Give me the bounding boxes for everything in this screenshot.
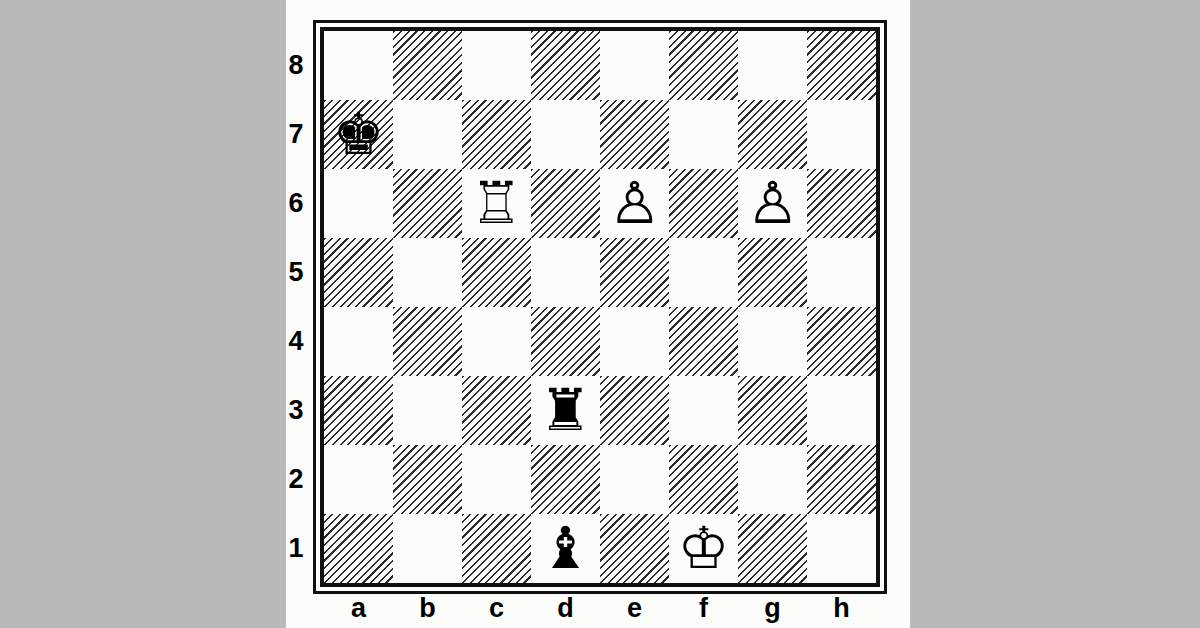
square-b7[interactable] xyxy=(393,100,462,169)
square-f6[interactable] xyxy=(669,169,738,238)
square-d7[interactable] xyxy=(531,100,600,169)
rank-label-1: 1 xyxy=(283,514,309,583)
square-g7[interactable] xyxy=(738,100,807,169)
file-label-b: b xyxy=(393,593,462,624)
square-c4[interactable] xyxy=(462,307,531,376)
white-pawn[interactable]: ♙ xyxy=(747,174,799,232)
white-king[interactable]: ♔ xyxy=(678,519,730,577)
square-f5[interactable] xyxy=(669,238,738,307)
file-label-f: f xyxy=(669,593,738,624)
square-a3[interactable] xyxy=(324,376,393,445)
square-e1[interactable] xyxy=(600,514,669,583)
rank-label-7: 7 xyxy=(283,100,309,169)
file-label-c: c xyxy=(462,593,531,624)
square-b8[interactable] xyxy=(393,31,462,100)
square-d4[interactable] xyxy=(531,307,600,376)
square-d1[interactable]: ♝ xyxy=(531,514,600,583)
file-label-g: g xyxy=(738,593,807,624)
square-e3[interactable] xyxy=(600,376,669,445)
square-h5[interactable] xyxy=(807,238,876,307)
square-g8[interactable] xyxy=(738,31,807,100)
black-king[interactable]: ♚ xyxy=(333,105,385,163)
square-c2[interactable] xyxy=(462,445,531,514)
page: 87654321 ♚♖♙♙♜♝♔ abcdefgh xyxy=(0,0,1200,628)
square-h4[interactable] xyxy=(807,307,876,376)
rank-label-6: 6 xyxy=(283,169,309,238)
rank-label-3: 3 xyxy=(283,376,309,445)
file-label-a: a xyxy=(324,593,393,624)
square-f4[interactable] xyxy=(669,307,738,376)
board-frame: ♚♖♙♙♜♝♔ xyxy=(313,20,887,594)
square-d6[interactable] xyxy=(531,169,600,238)
square-a1[interactable] xyxy=(324,514,393,583)
square-d3[interactable]: ♜ xyxy=(531,376,600,445)
square-b2[interactable] xyxy=(393,445,462,514)
square-h1[interactable] xyxy=(807,514,876,583)
square-g2[interactable] xyxy=(738,445,807,514)
square-c3[interactable] xyxy=(462,376,531,445)
square-a7[interactable]: ♚ xyxy=(324,100,393,169)
left-gray-bar xyxy=(0,0,286,628)
square-b4[interactable] xyxy=(393,307,462,376)
rank-label-5: 5 xyxy=(283,238,309,307)
square-f3[interactable] xyxy=(669,376,738,445)
square-a6[interactable] xyxy=(324,169,393,238)
file-label-d: d xyxy=(531,593,600,624)
board-inner-frame: ♚♖♙♙♜♝♔ xyxy=(320,27,880,587)
square-c6[interactable]: ♖ xyxy=(462,169,531,238)
square-g6[interactable]: ♙ xyxy=(738,169,807,238)
file-label-e: e xyxy=(600,593,669,624)
square-a5[interactable] xyxy=(324,238,393,307)
rank-labels: 87654321 xyxy=(283,31,309,583)
square-e5[interactable] xyxy=(600,238,669,307)
right-gray-bar xyxy=(910,0,1200,628)
file-label-h: h xyxy=(807,593,876,624)
square-b3[interactable] xyxy=(393,376,462,445)
square-h7[interactable] xyxy=(807,100,876,169)
square-f8[interactable] xyxy=(669,31,738,100)
square-b1[interactable] xyxy=(393,514,462,583)
rank-label-4: 4 xyxy=(283,307,309,376)
square-a8[interactable] xyxy=(324,31,393,100)
square-a2[interactable] xyxy=(324,445,393,514)
square-h2[interactable] xyxy=(807,445,876,514)
square-c5[interactable] xyxy=(462,238,531,307)
square-c7[interactable] xyxy=(462,100,531,169)
chess-board: ♚♖♙♙♜♝♔ xyxy=(324,31,876,583)
square-e8[interactable] xyxy=(600,31,669,100)
square-c8[interactable] xyxy=(462,31,531,100)
square-e7[interactable] xyxy=(600,100,669,169)
square-a4[interactable] xyxy=(324,307,393,376)
square-g3[interactable] xyxy=(738,376,807,445)
square-f1[interactable]: ♔ xyxy=(669,514,738,583)
square-d5[interactable] xyxy=(531,238,600,307)
square-d2[interactable] xyxy=(531,445,600,514)
black-rook[interactable]: ♜ xyxy=(540,381,592,439)
square-g5[interactable] xyxy=(738,238,807,307)
square-h8[interactable] xyxy=(807,31,876,100)
square-d8[interactable] xyxy=(531,31,600,100)
square-b5[interactable] xyxy=(393,238,462,307)
square-f2[interactable] xyxy=(669,445,738,514)
square-e4[interactable] xyxy=(600,307,669,376)
square-h6[interactable] xyxy=(807,169,876,238)
square-f7[interactable] xyxy=(669,100,738,169)
file-labels: abcdefgh xyxy=(324,593,876,623)
white-rook[interactable]: ♖ xyxy=(471,174,523,232)
square-g1[interactable] xyxy=(738,514,807,583)
square-e2[interactable] xyxy=(600,445,669,514)
square-h3[interactable] xyxy=(807,376,876,445)
white-pawn[interactable]: ♙ xyxy=(609,174,661,232)
square-c1[interactable] xyxy=(462,514,531,583)
square-b6[interactable] xyxy=(393,169,462,238)
black-bishop[interactable]: ♝ xyxy=(540,519,592,577)
rank-label-8: 8 xyxy=(283,31,309,100)
rank-label-2: 2 xyxy=(283,445,309,514)
square-e6[interactable]: ♙ xyxy=(600,169,669,238)
square-g4[interactable] xyxy=(738,307,807,376)
